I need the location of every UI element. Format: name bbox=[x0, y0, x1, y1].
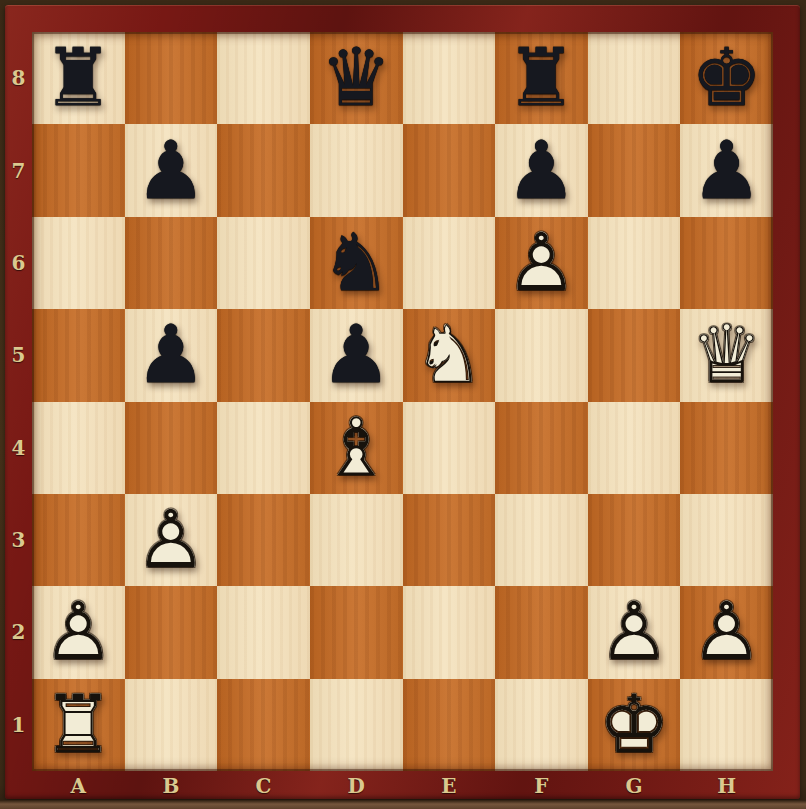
white-knight-outline: ♘ bbox=[413, 309, 485, 401]
white-rook-outline: ♖ bbox=[42, 679, 114, 771]
file-label-g: G bbox=[588, 771, 681, 800]
square-f3[interactable] bbox=[495, 494, 588, 586]
white-pawn-outline: ♙ bbox=[691, 586, 763, 678]
square-d6[interactable]: ♞ bbox=[310, 217, 403, 309]
square-d3[interactable] bbox=[310, 494, 403, 586]
square-c2[interactable] bbox=[217, 586, 310, 678]
square-g2[interactable]: ♟♙ bbox=[588, 586, 681, 678]
rank-label-6: 6 bbox=[5, 217, 32, 309]
square-a4[interactable] bbox=[32, 402, 125, 494]
square-c7[interactable] bbox=[217, 124, 310, 216]
black-pawn-glyph: ♟ bbox=[135, 125, 207, 217]
rank-label-5: 5 bbox=[5, 309, 32, 401]
black-pawn-glyph: ♟ bbox=[135, 309, 207, 401]
file-label-c: C bbox=[217, 771, 310, 800]
file-labels: ABCDEFGH bbox=[32, 771, 773, 800]
rank-label-2: 2 bbox=[5, 586, 32, 678]
square-f1[interactable] bbox=[495, 679, 588, 771]
square-e4[interactable] bbox=[403, 402, 496, 494]
white-pawn-outline: ♙ bbox=[598, 586, 670, 678]
square-h7[interactable]: ♟ bbox=[680, 124, 773, 216]
piece-white-rook-a1[interactable]: ♜♖ bbox=[32, 679, 125, 771]
black-king-glyph: ♚ bbox=[691, 32, 763, 124]
piece-white-king-g1[interactable]: ♚♔ bbox=[588, 679, 681, 771]
black-queen-glyph: ♛ bbox=[320, 32, 392, 124]
piece-white-bishop-d4[interactable]: ♝♗ bbox=[310, 402, 403, 494]
chess-board: ♜♛♜♚♟♟♟♞♟♙♟♟♞♘♛♕♝♗♟♙♟♙♟♙♟♙♜♖♚♔ bbox=[32, 32, 773, 771]
file-label-h: H bbox=[680, 771, 773, 800]
square-b4[interactable] bbox=[125, 402, 218, 494]
square-h5[interactable]: ♛♕ bbox=[680, 309, 773, 401]
square-f2[interactable] bbox=[495, 586, 588, 678]
square-d1[interactable] bbox=[310, 679, 403, 771]
board-bottom-edge bbox=[0, 800, 806, 809]
square-e8[interactable] bbox=[403, 32, 496, 124]
file-label-f: F bbox=[495, 771, 588, 800]
square-b7[interactable]: ♟ bbox=[125, 124, 218, 216]
white-queen-outline: ♕ bbox=[691, 309, 763, 401]
piece-white-pawn-a2[interactable]: ♟♙ bbox=[32, 586, 125, 678]
square-b8[interactable] bbox=[125, 32, 218, 124]
square-e7[interactable] bbox=[403, 124, 496, 216]
square-a5[interactable] bbox=[32, 309, 125, 401]
piece-white-queen-h5[interactable]: ♛♕ bbox=[680, 309, 773, 401]
square-b3[interactable]: ♟♙ bbox=[125, 494, 218, 586]
square-d7[interactable] bbox=[310, 124, 403, 216]
square-b6[interactable] bbox=[125, 217, 218, 309]
square-h8[interactable]: ♚ bbox=[680, 32, 773, 124]
file-label-e: E bbox=[403, 771, 496, 800]
square-g5[interactable] bbox=[588, 309, 681, 401]
square-b2[interactable] bbox=[125, 586, 218, 678]
piece-black-pawn-f7[interactable]: ♟ bbox=[495, 124, 588, 216]
square-f6[interactable]: ♟♙ bbox=[495, 217, 588, 309]
piece-black-pawn-b7[interactable]: ♟ bbox=[125, 124, 218, 216]
square-c4[interactable] bbox=[217, 402, 310, 494]
square-g8[interactable] bbox=[588, 32, 681, 124]
chess-board-window: 87654321 ABCDEFGH ♜♛♜♚♟♟♟♞♟♙♟♟♞♘♛♕♝♗♟♙♟♙… bbox=[0, 0, 806, 809]
piece-white-pawn-f6[interactable]: ♟♙ bbox=[495, 217, 588, 309]
square-b1[interactable] bbox=[125, 679, 218, 771]
square-e6[interactable] bbox=[403, 217, 496, 309]
piece-white-pawn-g2[interactable]: ♟♙ bbox=[588, 586, 681, 678]
square-a6[interactable] bbox=[32, 217, 125, 309]
piece-black-pawn-h7[interactable]: ♟ bbox=[680, 124, 773, 216]
square-a2[interactable]: ♟♙ bbox=[32, 586, 125, 678]
square-g6[interactable] bbox=[588, 217, 681, 309]
piece-white-pawn-b3[interactable]: ♟♙ bbox=[125, 494, 218, 586]
square-a7[interactable] bbox=[32, 124, 125, 216]
rank-label-8: 8 bbox=[5, 32, 32, 124]
rank-label-4: 4 bbox=[5, 402, 32, 494]
square-d8[interactable]: ♛ bbox=[310, 32, 403, 124]
square-g7[interactable] bbox=[588, 124, 681, 216]
square-h3[interactable] bbox=[680, 494, 773, 586]
black-rook-glyph: ♜ bbox=[42, 32, 114, 124]
square-a1[interactable]: ♜♖ bbox=[32, 679, 125, 771]
black-knight-glyph: ♞ bbox=[320, 217, 392, 309]
square-a3[interactable] bbox=[32, 494, 125, 586]
white-pawn-outline: ♙ bbox=[135, 494, 207, 586]
square-b5[interactable]: ♟ bbox=[125, 309, 218, 401]
black-pawn-glyph: ♟ bbox=[691, 125, 763, 217]
file-label-a: A bbox=[32, 771, 125, 800]
square-f5[interactable] bbox=[495, 309, 588, 401]
black-pawn-glyph: ♟ bbox=[506, 125, 578, 217]
square-h4[interactable] bbox=[680, 402, 773, 494]
piece-black-rook-f8[interactable]: ♜ bbox=[495, 32, 588, 124]
square-d2[interactable] bbox=[310, 586, 403, 678]
square-e1[interactable] bbox=[403, 679, 496, 771]
piece-black-pawn-d5[interactable]: ♟ bbox=[310, 309, 403, 401]
piece-black-queen-d8[interactable]: ♛ bbox=[310, 32, 403, 124]
square-c1[interactable] bbox=[217, 679, 310, 771]
square-e2[interactable] bbox=[403, 586, 496, 678]
square-f4[interactable] bbox=[495, 402, 588, 494]
square-e3[interactable] bbox=[403, 494, 496, 586]
black-rook-glyph: ♜ bbox=[506, 32, 578, 124]
square-c3[interactable] bbox=[217, 494, 310, 586]
square-f8[interactable]: ♜ bbox=[495, 32, 588, 124]
square-c6[interactable] bbox=[217, 217, 310, 309]
white-bishop-outline: ♗ bbox=[320, 402, 392, 494]
piece-white-pawn-h2[interactable]: ♟♙ bbox=[680, 586, 773, 678]
rank-label-7: 7 bbox=[5, 124, 32, 216]
square-g1[interactable]: ♚♔ bbox=[588, 679, 681, 771]
piece-black-pawn-b5[interactable]: ♟ bbox=[125, 309, 218, 401]
black-pawn-glyph: ♟ bbox=[320, 309, 392, 401]
white-pawn-outline: ♙ bbox=[42, 586, 114, 678]
white-pawn-outline: ♙ bbox=[506, 217, 578, 309]
square-h1[interactable] bbox=[680, 679, 773, 771]
square-g4[interactable] bbox=[588, 402, 681, 494]
square-e5[interactable]: ♞♘ bbox=[403, 309, 496, 401]
rank-label-1: 1 bbox=[5, 679, 32, 771]
piece-white-knight-e5[interactable]: ♞♘ bbox=[403, 309, 496, 401]
square-d5[interactable]: ♟ bbox=[310, 309, 403, 401]
piece-black-knight-d6[interactable]: ♞ bbox=[310, 217, 403, 309]
piece-black-rook-a8[interactable]: ♜ bbox=[32, 32, 125, 124]
piece-black-king-h8[interactable]: ♚ bbox=[680, 32, 773, 124]
file-label-b: B bbox=[125, 771, 218, 800]
square-f7[interactable]: ♟ bbox=[495, 124, 588, 216]
file-label-d: D bbox=[310, 771, 403, 800]
square-h6[interactable] bbox=[680, 217, 773, 309]
square-a8[interactable]: ♜ bbox=[32, 32, 125, 124]
rank-labels: 87654321 bbox=[5, 32, 32, 771]
square-c8[interactable] bbox=[217, 32, 310, 124]
white-king-outline: ♔ bbox=[598, 679, 670, 771]
square-d4[interactable]: ♝♗ bbox=[310, 402, 403, 494]
square-h2[interactable]: ♟♙ bbox=[680, 586, 773, 678]
rank-label-3: 3 bbox=[5, 494, 32, 586]
square-g3[interactable] bbox=[588, 494, 681, 586]
square-c5[interactable] bbox=[217, 309, 310, 401]
